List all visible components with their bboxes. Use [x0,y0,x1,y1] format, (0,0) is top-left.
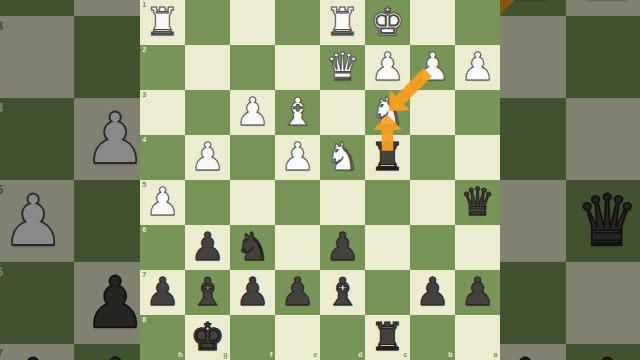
rank-label-6: 6 [0,264,3,279]
square-c2[interactable]: ♟ [365,45,410,90]
square-f3[interactable]: ♟ [230,90,275,135]
black-rook[interactable]: ♜ [365,135,410,180]
square-e3[interactable]: ♝ [275,90,320,135]
square-a7[interactable]: ♟ [455,270,500,315]
square-d5[interactable] [320,180,365,225]
black-pawn[interactable]: ♟ [320,225,365,270]
square-b5[interactable] [410,180,455,225]
square-h1[interactable]: ♜1 [140,0,185,45]
square-g4[interactable]: ♟ [185,135,230,180]
white-pawn[interactable]: ♟ [275,135,320,180]
square-a5[interactable]: ♛ [455,180,500,225]
file-label-d: d [358,351,362,359]
rank-label-4: 4 [0,100,3,115]
white-rook[interactable]: ♜ [320,0,365,45]
square-h4[interactable]: 4 [140,135,185,180]
square-f8[interactable]: f [230,315,275,360]
square-g5[interactable] [185,180,230,225]
square-h7[interactable]: ♟7 [140,270,185,315]
square-f2[interactable] [230,45,275,90]
square-a6[interactable] [455,225,500,270]
square-g2[interactable] [185,45,230,90]
black-bishop[interactable]: ♝ [185,270,230,315]
square-a1[interactable] [455,0,500,45]
black-pawn[interactable]: ♟ [275,270,320,315]
rank-label-8: 8 [142,316,146,324]
square-h8[interactable]: 8h [140,315,185,360]
black-queen[interactable]: ♛ [455,180,500,225]
square-h4: 4 [0,98,74,180]
black-queen: ♛ [566,180,640,262]
square-c3[interactable]: ♞ [365,90,410,135]
square-g3[interactable] [185,90,230,135]
white-pawn: ♟ [0,180,74,262]
square-a2[interactable]: ♟ [455,45,500,90]
white-bishop[interactable]: ♝ [275,90,320,135]
square-c5[interactable] [365,180,410,225]
black-pawn: ♟ [0,344,74,360]
square-e7[interactable]: ♟ [275,270,320,315]
square-d3[interactable] [320,90,365,135]
square-b1[interactable] [410,0,455,45]
square-a4 [566,98,640,180]
rank-label-2: 2 [142,46,146,54]
square-e4[interactable]: ♟ [275,135,320,180]
white-knight[interactable]: ♞ [320,135,365,180]
square-f6[interactable]: ♞ [230,225,275,270]
square-g6[interactable]: ♟ [185,225,230,270]
file-label-a: a [494,351,498,359]
square-a8[interactable]: a [455,315,500,360]
black-king[interactable]: ♚ [185,315,230,360]
black-pawn[interactable]: ♟ [140,270,185,315]
square-e1[interactable] [275,0,320,45]
square-f5[interactable] [230,180,275,225]
rank-label-3: 3 [142,91,146,99]
rank-label-4: 4 [142,136,146,144]
file-label-h: h [178,351,182,359]
square-h5[interactable]: ♟5 [140,180,185,225]
square-h6[interactable]: 6 [140,225,185,270]
square-h3: 3 [0,16,74,98]
square-d1[interactable]: ♜ [320,0,365,45]
white-pawn[interactable]: ♟ [230,90,275,135]
square-b7[interactable]: ♟ [410,270,455,315]
black-pawn: ♟ [566,344,640,360]
square-b4[interactable] [410,135,455,180]
white-pawn[interactable]: ♟ [455,45,500,90]
white-pawn: ♟ [566,0,640,16]
square-h2[interactable]: 2 [140,45,185,90]
file-label-e: e [314,351,318,359]
white-queen[interactable]: ♛ [320,45,365,90]
square-h6: 6 [0,262,74,344]
white-pawn[interactable]: ♟ [140,180,185,225]
square-h3[interactable]: 3 [140,90,185,135]
file-label-b: b [448,351,452,359]
white-pawn[interactable]: ♟ [185,135,230,180]
square-e2[interactable] [275,45,320,90]
square-c6[interactable] [365,225,410,270]
square-a2: ♟ [566,0,640,16]
square-a3 [566,16,640,98]
square-f4[interactable] [230,135,275,180]
square-h2: 2 [0,0,74,16]
square-b8[interactable]: b [410,315,455,360]
black-pawn[interactable]: ♟ [410,270,455,315]
square-d8[interactable]: d [320,315,365,360]
square-d4[interactable]: ♞ [320,135,365,180]
square-e5[interactable] [275,180,320,225]
white-king[interactable]: ♚ [365,0,410,45]
black-pawn[interactable]: ♟ [455,270,500,315]
square-h5: ♟5 [0,180,74,262]
rank-label-3: 3 [0,18,3,33]
square-g8[interactable]: ♚g [185,315,230,360]
rank-label-6: 6 [142,226,146,234]
square-f1[interactable] [230,0,275,45]
square-a6 [566,262,640,344]
square-e6[interactable] [275,225,320,270]
square-e8[interactable]: e [275,315,320,360]
chess-board[interactable]: ♜1♜♚2♛♟♟♟3♟♝♞4♟♟♞♜♟5♛6♟♞♟♟7♝♟♟♝♟♟8h♚gfed… [140,0,500,360]
white-rook[interactable]: ♜ [140,0,185,45]
square-a7: ♟ [566,344,640,360]
white-pawn[interactable]: ♟ [365,45,410,90]
square-a3[interactable] [455,90,500,135]
white-knight[interactable]: ♞ [365,90,410,135]
square-c7[interactable] [365,270,410,315]
file-label-f: f [270,351,272,359]
square-a5: ♛ [566,180,640,262]
square-d6[interactable]: ♟ [320,225,365,270]
square-b2[interactable]: ♟ [410,45,455,90]
square-b6[interactable] [410,225,455,270]
square-h7: ♟7 [0,344,74,360]
square-b3[interactable] [410,90,455,135]
black-rook[interactable]: ♜ [365,315,410,360]
square-a4[interactable] [455,135,500,180]
square-g1[interactable] [185,0,230,45]
square-c1[interactable]: ♚ [365,0,410,45]
black-pawn[interactable]: ♟ [230,270,275,315]
square-f7[interactable]: ♟ [230,270,275,315]
video-frame: ♜1♜♚2♛♟♟♟3♟♝♞4♟♟♞♜♟5♛6♟♞♟♟7♝♟♟♝♟♟8h♚gfed… [0,0,640,360]
square-d2[interactable]: ♛ [320,45,365,90]
black-pawn[interactable]: ♟ [185,225,230,270]
black-bishop[interactable]: ♝ [320,270,365,315]
square-g7[interactable]: ♝ [185,270,230,315]
square-c8[interactable]: ♜c [365,315,410,360]
white-pawn[interactable]: ♟ [410,45,455,90]
black-knight[interactable]: ♞ [230,225,275,270]
square-c4[interactable]: ♜ [365,135,410,180]
square-d7[interactable]: ♝ [320,270,365,315]
